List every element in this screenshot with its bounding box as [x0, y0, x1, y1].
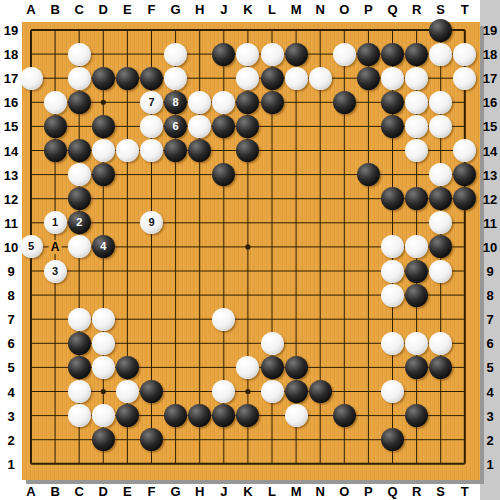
stone-F16-move-7[interactable]: 7	[140, 91, 163, 114]
coord-bottom-R: R	[412, 484, 421, 499]
stone-B15[interactable]	[44, 115, 67, 138]
stone-T18[interactable]	[453, 43, 476, 66]
stone-J16[interactable]	[212, 91, 235, 114]
stone-G15-move-6[interactable]: 6	[164, 115, 187, 138]
coord-top-Q: Q	[387, 2, 397, 17]
coord-right-17: 17	[483, 71, 497, 86]
coord-right-9: 9	[486, 264, 493, 279]
stone-H16[interactable]	[188, 91, 211, 114]
go-board-screenshot: { "game": "go", "board": { "size": 19, "…	[0, 0, 500, 500]
stone-B9-move-3[interactable]: 3	[44, 260, 67, 283]
coord-left-7: 7	[7, 312, 14, 327]
stone-S19[interactable]	[429, 19, 452, 42]
coord-top-H: H	[195, 2, 204, 17]
coord-right-5: 5	[486, 360, 493, 375]
stone-O18[interactable]	[333, 43, 356, 66]
coord-right-11: 11	[483, 215, 497, 230]
coord-left-1: 1	[7, 456, 14, 471]
stone-R17[interactable]	[405, 67, 428, 90]
stone-P17[interactable]	[357, 67, 380, 90]
stone-M4[interactable]	[285, 380, 308, 403]
coord-left-15: 15	[4, 119, 18, 134]
coord-bottom-Q: Q	[387, 484, 397, 499]
stone-F15[interactable]	[140, 115, 163, 138]
coord-left-4: 4	[7, 384, 14, 399]
coord-left-13: 13	[4, 167, 18, 182]
stone-E4[interactable]	[116, 380, 139, 403]
coord-bottom-A: A	[26, 484, 35, 499]
stone-B14[interactable]	[44, 139, 67, 162]
stone-D5[interactable]	[92, 356, 115, 379]
stone-M5[interactable]	[285, 356, 308, 379]
stone-B16[interactable]	[44, 91, 67, 114]
coord-left-3: 3	[7, 408, 14, 423]
stone-D15[interactable]	[92, 115, 115, 138]
coord-right-8: 8	[486, 288, 493, 303]
stone-C11-move-2[interactable]: 2	[68, 211, 91, 234]
coord-top-F: F	[148, 2, 156, 17]
stone-B11-move-1[interactable]: 1	[44, 211, 67, 234]
coord-right-2: 2	[486, 432, 493, 447]
stone-Q4[interactable]	[381, 380, 404, 403]
coord-right-14: 14	[483, 143, 497, 158]
stone-L4[interactable]	[261, 380, 284, 403]
stone-C12[interactable]	[68, 187, 91, 210]
stone-C13[interactable]	[68, 163, 91, 186]
stone-L18[interactable]	[261, 43, 284, 66]
stone-D6[interactable]	[92, 332, 115, 355]
coord-top-E: E	[123, 2, 132, 17]
stone-L16[interactable]	[261, 91, 284, 114]
stone-F4[interactable]	[140, 380, 163, 403]
stone-N17[interactable]	[309, 67, 332, 90]
coord-left-10: 10	[4, 239, 18, 254]
coord-right-19: 19	[483, 23, 497, 38]
coord-bottom-G: G	[171, 484, 181, 499]
coord-bottom-D: D	[99, 484, 108, 499]
coord-right-7: 7	[486, 312, 493, 327]
stone-G16-move-8[interactable]: 8	[164, 91, 187, 114]
stone-C16[interactable]	[68, 91, 91, 114]
coord-left-16: 16	[4, 95, 18, 110]
coord-bottom-J: J	[220, 484, 227, 499]
coord-top-D: D	[99, 2, 108, 17]
coord-left-9: 9	[7, 264, 14, 279]
coord-bottom-N: N	[315, 484, 324, 499]
coord-left-11: 11	[4, 215, 18, 230]
coord-bottom-K: K	[243, 484, 252, 499]
coord-left-12: 12	[4, 191, 18, 206]
coord-bottom-C: C	[74, 484, 83, 499]
coord-bottom-P: P	[364, 484, 373, 499]
stone-R15[interactable]	[405, 115, 428, 138]
coord-right-15: 15	[483, 119, 497, 134]
stone-C3[interactable]	[68, 404, 91, 427]
stone-C10[interactable]	[68, 235, 91, 258]
coord-left-14: 14	[4, 143, 18, 158]
stone-E3[interactable]	[116, 404, 139, 427]
stone-E5[interactable]	[116, 356, 139, 379]
stone-J7[interactable]	[212, 308, 235, 331]
coord-bottom-M: M	[291, 484, 302, 499]
coord-top-B: B	[50, 2, 59, 17]
coord-top-T: T	[461, 2, 469, 17]
stone-P13[interactable]	[357, 163, 380, 186]
coord-top-K: K	[243, 2, 252, 17]
stone-D17[interactable]	[92, 67, 115, 90]
coord-bottom-E: E	[123, 484, 132, 499]
stone-F17[interactable]	[140, 67, 163, 90]
stone-J18[interactable]	[212, 43, 235, 66]
coord-right-12: 12	[483, 191, 497, 206]
coord-right-6: 6	[486, 336, 493, 351]
coord-top-G: G	[171, 2, 181, 17]
stone-Q6[interactable]	[381, 332, 404, 355]
stone-Q9[interactable]	[381, 260, 404, 283]
coord-right-4: 4	[486, 384, 493, 399]
stone-H15[interactable]	[188, 115, 211, 138]
stone-E14[interactable]	[116, 139, 139, 162]
coord-top-O: O	[339, 2, 349, 17]
coord-bottom-T: T	[461, 484, 469, 499]
stone-S18[interactable]	[429, 43, 452, 66]
stone-D14[interactable]	[92, 139, 115, 162]
coord-right-10: 10	[483, 239, 497, 254]
stone-M3[interactable]	[285, 404, 308, 427]
stone-R9[interactable]	[405, 260, 428, 283]
coord-right-1: 1	[486, 456, 493, 471]
stone-S5[interactable]	[429, 356, 452, 379]
coord-top-C: C	[74, 2, 83, 17]
stone-Q15[interactable]	[381, 115, 404, 138]
coord-left-5: 5	[7, 360, 14, 375]
stone-A17[interactable]	[20, 67, 43, 90]
stone-K17[interactable]	[236, 67, 259, 90]
stone-P18[interactable]	[357, 43, 380, 66]
stone-G14[interactable]	[164, 139, 187, 162]
stone-S9[interactable]	[429, 260, 452, 283]
stone-E17[interactable]	[116, 67, 139, 90]
coord-bottom-B: B	[50, 484, 59, 499]
marker-A-B10[interactable]: A	[49, 240, 62, 254]
coord-top-M: M	[291, 2, 302, 17]
stone-L17[interactable]	[261, 67, 284, 90]
coord-right-16: 16	[483, 95, 497, 110]
coord-left-6: 6	[7, 336, 14, 351]
go-board[interactable]: 786129543A	[22, 22, 480, 480]
stone-S15[interactable]	[429, 115, 452, 138]
stone-D7[interactable]	[92, 308, 115, 331]
stone-Q17[interactable]	[381, 67, 404, 90]
coord-left-19: 19	[4, 23, 18, 38]
stone-G18[interactable]	[164, 43, 187, 66]
stone-O16[interactable]	[333, 91, 356, 114]
stone-C14[interactable]	[68, 139, 91, 162]
coord-top-L: L	[268, 2, 276, 17]
stone-R5[interactable]	[405, 356, 428, 379]
stone-O3[interactable]	[333, 404, 356, 427]
stone-D13[interactable]	[92, 163, 115, 186]
coord-top-R: R	[412, 2, 421, 17]
coord-bottom-H: H	[195, 484, 204, 499]
coord-right-13: 13	[483, 167, 497, 182]
stone-C18[interactable]	[68, 43, 91, 66]
coord-left-17: 17	[4, 71, 18, 86]
coord-bottom-S: S	[436, 484, 445, 499]
stone-C6[interactable]	[68, 332, 91, 355]
stone-Q16[interactable]	[381, 91, 404, 114]
stone-K18[interactable]	[236, 43, 259, 66]
stone-Q18[interactable]	[381, 43, 404, 66]
coord-left-2: 2	[7, 432, 14, 447]
coord-right-18: 18	[483, 47, 497, 62]
stone-C7[interactable]	[68, 308, 91, 331]
coord-bottom-O: O	[339, 484, 349, 499]
stone-C4[interactable]	[68, 380, 91, 403]
stone-M17[interactable]	[285, 67, 308, 90]
stone-G17[interactable]	[164, 67, 187, 90]
coord-bottom-F: F	[148, 484, 156, 499]
stone-D2[interactable]	[92, 428, 115, 451]
stone-L6[interactable]	[261, 332, 284, 355]
stone-D3[interactable]	[92, 404, 115, 427]
coord-top-J: J	[220, 2, 227, 17]
stone-Q8[interactable]	[381, 284, 404, 307]
stone-T17[interactable]	[453, 67, 476, 90]
coord-top-A: A	[26, 2, 35, 17]
stone-L5[interactable]	[261, 356, 284, 379]
stone-A10-move-5[interactable]: 5	[20, 235, 43, 258]
stone-C17[interactable]	[68, 67, 91, 90]
stone-R6[interactable]	[405, 332, 428, 355]
coord-bottom-L: L	[268, 484, 276, 499]
stone-R18[interactable]	[405, 43, 428, 66]
stone-S6[interactable]	[429, 332, 452, 355]
stone-C5[interactable]	[68, 356, 91, 379]
stone-N4[interactable]	[309, 380, 332, 403]
coord-top-N: N	[315, 2, 324, 17]
coord-left-8: 8	[7, 288, 14, 303]
coord-left-18: 18	[4, 47, 18, 62]
stone-R8[interactable]	[405, 284, 428, 307]
stone-R14[interactable]	[405, 139, 428, 162]
stone-M18[interactable]	[285, 43, 308, 66]
coord-top-P: P	[364, 2, 373, 17]
coord-top-S: S	[436, 2, 445, 17]
stone-S16[interactable]	[429, 91, 452, 114]
stone-F14[interactable]	[140, 139, 163, 162]
coord-right-3: 3	[486, 408, 493, 423]
stone-R16[interactable]	[405, 91, 428, 114]
